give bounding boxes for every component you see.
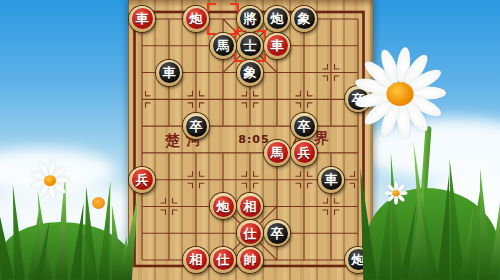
piece-face: 馬	[213, 35, 234, 56]
piece-character: 帥	[244, 253, 257, 266]
piece-face: 車	[321, 169, 342, 190]
piece-character: 炮	[271, 12, 284, 25]
piece-character: 車	[325, 173, 338, 186]
piece-face: 馬	[267, 142, 288, 163]
piece-black-cannon[interactable]: 炮	[264, 6, 290, 32]
piece-character: 馬	[217, 39, 230, 52]
piece-face: 卒	[294, 116, 315, 137]
piece-black-soldier[interactable]: 卒	[183, 113, 209, 139]
daisy-center	[44, 175, 56, 186]
piece-black-soldier[interactable]: 卒	[291, 113, 317, 139]
piece-face: 卒	[267, 223, 288, 244]
piece-red-horse[interactable]: 馬	[264, 140, 290, 166]
piece-face: 車	[159, 62, 180, 83]
piece-face: 炮	[267, 8, 288, 29]
piece-black-general[interactable]: 將	[237, 6, 263, 32]
piece-face: 象	[240, 62, 261, 83]
piece-character: 車	[163, 66, 176, 79]
daisy-flower-small-left	[31, 161, 69, 199]
piece-face: 相	[186, 249, 207, 270]
piece-character: 兵	[298, 146, 311, 159]
piece-red-general[interactable]: 帥	[237, 247, 263, 273]
piece-face: 帥	[240, 249, 261, 270]
piece-character: 相	[244, 200, 257, 213]
piece-face: 相	[240, 196, 261, 217]
piece-face: 車	[267, 35, 288, 56]
piece-character: 炮	[217, 200, 230, 213]
xiangqi-board: 楚河 漢界 8:05 車炮將炮象馬士車車象卒卒卒馬兵兵車炮相仕卒相仕帥炮	[128, 0, 373, 280]
flower-center-in-grass	[92, 197, 105, 209]
piece-face: 車	[132, 8, 153, 29]
marker-corner	[230, 26, 239, 35]
piece-face: 兵	[294, 142, 315, 163]
piece-face: 士	[240, 35, 261, 56]
piece-black-chariot[interactable]: 車	[156, 60, 182, 86]
piece-character: 炮	[352, 253, 365, 266]
piece-red-cannon[interactable]: 炮	[210, 193, 236, 219]
piece-character: 車	[136, 12, 149, 25]
piece-red-elephant[interactable]: 相	[237, 193, 263, 219]
piece-red-cannon[interactable]: 炮	[183, 6, 209, 32]
piece-character: 相	[190, 253, 203, 266]
piece-face: 卒	[186, 116, 207, 137]
piece-black-advisor[interactable]: 士	[237, 33, 263, 59]
piece-character: 將	[244, 12, 257, 25]
piece-character: 馬	[271, 146, 284, 159]
piece-character: 炮	[190, 12, 203, 25]
piece-red-elephant[interactable]: 相	[183, 247, 209, 273]
piece-character: 象	[244, 66, 257, 79]
piece-face: 兵	[132, 169, 153, 190]
daisy-flower-tiny-right	[384, 181, 408, 205]
piece-character: 卒	[190, 120, 203, 133]
piece-red-advisor[interactable]: 仕	[210, 247, 236, 273]
piece-red-advisor[interactable]: 仕	[237, 220, 263, 246]
marker-corner	[207, 26, 216, 35]
piece-red-chariot[interactable]: 車	[264, 33, 290, 59]
piece-character: 卒	[271, 227, 284, 240]
last-move-from-marker	[209, 5, 237, 33]
piece-character: 象	[298, 12, 311, 25]
piece-face: 將	[240, 8, 261, 29]
piece-character: 仕	[217, 253, 230, 266]
daisy-center	[387, 82, 414, 106]
piece-character: 兵	[136, 173, 149, 186]
piece-black-horse[interactable]: 馬	[210, 33, 236, 59]
piece-red-soldier[interactable]: 兵	[291, 140, 317, 166]
piece-face: 象	[294, 8, 315, 29]
piece-grid: 車炮將炮象馬士車車象卒卒卒馬兵兵車炮相仕卒相仕帥炮	[129, 6, 372, 274]
piece-face: 仕	[240, 223, 261, 244]
piece-black-soldier[interactable]: 卒	[264, 220, 290, 246]
piece-black-chariot[interactable]: 車	[318, 167, 344, 193]
piece-face: 炮	[213, 196, 234, 217]
piece-character: 士	[244, 39, 257, 52]
piece-face: 仕	[213, 249, 234, 270]
daisy-petal	[394, 196, 398, 205]
piece-black-elephant[interactable]: 象	[291, 6, 317, 32]
piece-red-soldier[interactable]: 兵	[129, 167, 155, 193]
piece-face: 炮	[186, 8, 207, 29]
piece-character: 卒	[298, 120, 311, 133]
daisy-flower-large	[350, 43, 450, 143]
piece-character: 車	[271, 39, 284, 52]
game-scene: 楚河 漢界 8:05 車炮將炮象馬士車車象卒卒卒馬兵兵車炮相仕卒相仕帥炮	[0, 0, 500, 280]
piece-black-elephant[interactable]: 象	[237, 60, 263, 86]
piece-character: 仕	[244, 227, 257, 240]
piece-red-chariot[interactable]: 車	[129, 6, 155, 32]
